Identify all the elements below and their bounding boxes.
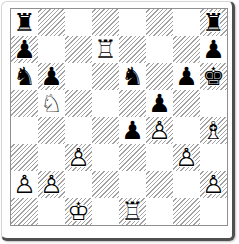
square-d6 xyxy=(92,63,119,90)
square-g1 xyxy=(173,198,200,225)
square-h4: ♝♗ xyxy=(200,117,227,144)
square-d3 xyxy=(92,144,119,171)
piece-white-pawn: ♙ xyxy=(200,171,227,198)
square-a1 xyxy=(11,198,38,225)
square-a7: ♟♟ xyxy=(11,36,38,63)
piece-white-rook: ♖ xyxy=(119,198,146,225)
piece-black-pawn: ♟ xyxy=(200,36,227,63)
square-h7: ♟♟ xyxy=(200,36,227,63)
piece-white-pawn: ♙ xyxy=(11,171,38,198)
square-e6: ♞♞ xyxy=(119,63,146,90)
square-h1 xyxy=(200,198,227,225)
square-g4 xyxy=(173,117,200,144)
piece-black-pawn: ♟ xyxy=(146,90,173,117)
square-e3 xyxy=(119,144,146,171)
square-f8 xyxy=(146,9,173,36)
piece-white-pawn: ♙ xyxy=(65,144,92,171)
piece-black-rook: ♜ xyxy=(200,9,227,36)
square-h2: ♟♙ xyxy=(200,171,227,198)
square-c6 xyxy=(65,63,92,90)
square-f3 xyxy=(146,144,173,171)
piece-white-pawn: ♙ xyxy=(146,117,173,144)
piece-black-king: ♚ xyxy=(200,63,227,90)
piece-white-pawn: ♙ xyxy=(38,171,65,198)
piece-black-knight: ♞ xyxy=(119,63,146,90)
square-b2: ♟♙ xyxy=(38,171,65,198)
square-f1 xyxy=(146,198,173,225)
square-g5 xyxy=(173,90,200,117)
square-g8 xyxy=(173,9,200,36)
piece-black-pawn: ♟ xyxy=(38,63,65,90)
square-f5: ♟♟ xyxy=(146,90,173,117)
square-d8 xyxy=(92,9,119,36)
square-h6: ♚♚ xyxy=(200,63,227,90)
square-d1 xyxy=(92,198,119,225)
square-b7 xyxy=(38,36,65,63)
piece-white-king: ♔ xyxy=(65,198,92,225)
square-g3: ♟♙ xyxy=(173,144,200,171)
piece-black-pawn: ♟ xyxy=(11,36,38,63)
square-c3: ♟♙ xyxy=(65,144,92,171)
chess-board: ♜♜♜♜♟♟♜♖♟♟♞♞♟♟♞♞♟♟♚♚♞♘♟♟♟♟♟♙♝♗♟♙♟♙♟♙♟♙♟♙… xyxy=(10,8,228,226)
piece-white-rook: ♖ xyxy=(92,36,119,63)
square-h5 xyxy=(200,90,227,117)
square-a2: ♟♙ xyxy=(11,171,38,198)
square-e4: ♟♟ xyxy=(119,117,146,144)
piece-black-pawn: ♟ xyxy=(173,63,200,90)
square-a8: ♜♜ xyxy=(11,9,38,36)
square-f6 xyxy=(146,63,173,90)
square-a6: ♞♞ xyxy=(11,63,38,90)
piece-black-rook: ♜ xyxy=(11,9,38,36)
square-e7 xyxy=(119,36,146,63)
square-c1: ♚♔ xyxy=(65,198,92,225)
square-b8 xyxy=(38,9,65,36)
square-c2 xyxy=(65,171,92,198)
square-c7 xyxy=(65,36,92,63)
square-d5 xyxy=(92,90,119,117)
square-b1 xyxy=(38,198,65,225)
square-d7: ♜♖ xyxy=(92,36,119,63)
square-b3 xyxy=(38,144,65,171)
piece-black-knight: ♞ xyxy=(11,63,38,90)
square-b4 xyxy=(38,117,65,144)
square-d2 xyxy=(92,171,119,198)
square-a5 xyxy=(11,90,38,117)
piece-black-pawn: ♟ xyxy=(119,117,146,144)
chess-diagram-frame: ♜♜♜♜♟♟♜♖♟♟♞♞♟♟♞♞♟♟♚♚♞♘♟♟♟♟♟♙♝♗♟♙♟♙♟♙♟♙♟♙… xyxy=(1,1,235,241)
piece-white-pawn: ♙ xyxy=(173,144,200,171)
square-f2 xyxy=(146,171,173,198)
square-e8 xyxy=(119,9,146,36)
square-e1: ♜♖ xyxy=(119,198,146,225)
square-c5 xyxy=(65,90,92,117)
square-b5: ♞♘ xyxy=(38,90,65,117)
square-b6: ♟♟ xyxy=(38,63,65,90)
square-d4 xyxy=(92,117,119,144)
square-c4 xyxy=(65,117,92,144)
square-h3 xyxy=(200,144,227,171)
square-h8: ♜♜ xyxy=(200,9,227,36)
square-a4 xyxy=(11,117,38,144)
square-g6: ♟♟ xyxy=(173,63,200,90)
square-f4: ♟♙ xyxy=(146,117,173,144)
square-g2 xyxy=(173,171,200,198)
square-e5 xyxy=(119,90,146,117)
square-e2 xyxy=(119,171,146,198)
square-f7 xyxy=(146,36,173,63)
square-a3 xyxy=(11,144,38,171)
piece-white-bishop: ♗ xyxy=(200,117,227,144)
piece-white-knight: ♘ xyxy=(38,90,65,117)
square-c8 xyxy=(65,9,92,36)
square-g7 xyxy=(173,36,200,63)
